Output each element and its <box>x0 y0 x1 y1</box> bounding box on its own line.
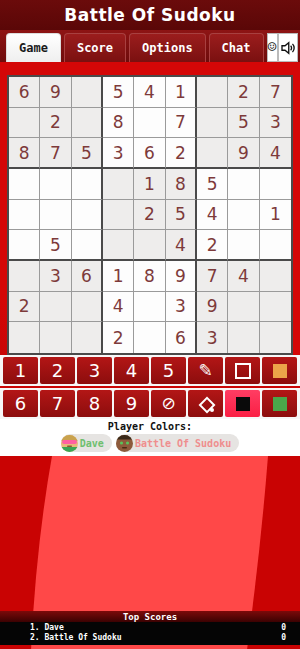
sudoku-cell[interactable]: 4 <box>166 230 197 261</box>
sudoku-cell[interactable] <box>260 322 291 353</box>
sudoku-cell[interactable] <box>9 108 40 139</box>
sudoku-cell[interactable]: 9 <box>40 77 71 108</box>
sudoku-cell[interactable]: 3 <box>166 292 197 323</box>
sudoku-cell[interactable] <box>72 292 103 323</box>
sudoku-cell[interactable] <box>72 200 103 231</box>
sudoku-cell[interactable]: 1 <box>260 200 291 231</box>
sudoku-cell[interactable] <box>9 169 40 200</box>
sudoku-cell[interactable]: 8 <box>134 261 165 292</box>
digit-button-7[interactable]: 7 <box>40 390 75 417</box>
game-stage: Top Scores 1. Dave02. Battle Of Sudoku0 <box>0 456 300 649</box>
tab-game[interactable]: Game <box>6 33 61 62</box>
tab-options[interactable]: Options <box>129 33 206 62</box>
sudoku-cell[interactable] <box>228 200 259 231</box>
player-colors-label: Player Colors: <box>0 421 300 432</box>
sudoku-cell[interactable] <box>40 322 71 353</box>
sudoku-cell[interactable] <box>134 322 165 353</box>
eraser-icon <box>200 398 212 410</box>
square-outline-button[interactable] <box>225 357 260 384</box>
sudoku-cell[interactable]: 4 <box>228 261 259 292</box>
score-player-name: 1. Dave <box>30 623 64 633</box>
sudoku-cell[interactable] <box>72 77 103 108</box>
sudoku-board: 6954127287538753629418525415423618974243… <box>7 75 293 355</box>
sudoku-cell[interactable]: 5 <box>166 200 197 231</box>
score-row: 1. Dave0 <box>0 623 300 633</box>
eraser-button[interactable] <box>188 390 223 417</box>
sudoku-cell[interactable] <box>228 322 259 353</box>
sudoku-cell[interactable]: 3 <box>40 261 71 292</box>
sudoku-cell[interactable] <box>40 169 71 200</box>
number-buttons-row-2: 6789⊘ <box>0 388 300 419</box>
score-row: 2. Battle Of Sudoku0 <box>0 633 300 643</box>
score-value: 0 <box>281 623 286 633</box>
digit-button-6[interactable]: 6 <box>3 390 38 417</box>
tab-score[interactable]: Score <box>64 33 126 62</box>
sudoku-cell[interactable]: 1 <box>134 169 165 200</box>
sudoku-cell[interactable]: 4 <box>103 292 134 323</box>
sudoku-cell[interactable] <box>260 292 291 323</box>
sudoku-cell[interactable] <box>134 108 165 139</box>
tab-bar: Game Score Options Chat ☺ <box>0 30 300 62</box>
smiley-face-icon: ☺ <box>268 40 277 55</box>
player-name-dave: Dave <box>80 438 104 449</box>
player-pill-dave[interactable]: Dave <box>61 434 112 452</box>
sudoku-cell[interactable] <box>40 200 71 231</box>
speaker-icon <box>279 39 297 57</box>
sudoku-cell[interactable]: 8 <box>103 108 134 139</box>
sudoku-cell[interactable]: 6 <box>166 322 197 353</box>
black-swatch-button[interactable] <box>225 390 260 417</box>
sudoku-cell[interactable] <box>72 322 103 353</box>
app-header: Battle Of Sudoku <box>0 0 300 30</box>
sudoku-cell[interactable] <box>9 200 40 231</box>
sudoku-cell[interactable]: 5 <box>228 108 259 139</box>
player-name-battle: Battle Of Sudoku <box>135 438 231 449</box>
top-scores-title: Top Scores <box>123 612 177 622</box>
sudoku-cell[interactable]: 2 <box>40 108 71 139</box>
green-swatch <box>273 397 287 411</box>
player-pill-battle[interactable]: Battle Of Sudoku <box>116 434 239 452</box>
sudoku-cell[interactable] <box>260 169 291 200</box>
pencil-button[interactable]: ✎ <box>188 357 223 384</box>
digit-button-2[interactable]: 2 <box>40 357 75 384</box>
tab-chat[interactable]: Chat <box>209 33 264 62</box>
sudoku-cell[interactable]: 7 <box>166 108 197 139</box>
sudoku-cell[interactable]: 7 <box>40 138 71 169</box>
sudoku-cell[interactable]: 8 <box>9 138 40 169</box>
score-player-name: 2. Battle Of Sudoku <box>30 633 122 643</box>
sudoku-cell[interactable] <box>72 169 103 200</box>
sudoku-cell[interactable]: 3 <box>197 322 228 353</box>
sudoku-cell[interactable]: 5 <box>197 169 228 200</box>
sudoku-cell[interactable]: 7 <box>260 77 291 108</box>
sudoku-cell[interactable]: 2 <box>197 230 228 261</box>
orange-swatch <box>273 364 287 378</box>
sudoku-cell[interactable]: 2 <box>134 200 165 231</box>
sudoku-cell[interactable]: 5 <box>72 138 103 169</box>
player-colors-section: Player Colors: Dave <box>0 419 300 456</box>
sudoku-cell[interactable] <box>134 292 165 323</box>
sudoku-cell[interactable] <box>228 230 259 261</box>
emote-button[interactable]: ☺ <box>267 33 278 62</box>
sudoku-cell[interactable]: 7 <box>197 261 228 292</box>
top-scores-header: Top Scores <box>0 611 300 622</box>
sudoku-cell[interactable] <box>103 200 134 231</box>
sudoku-cell[interactable] <box>103 230 134 261</box>
sudoku-cell[interactable]: 1 <box>103 261 134 292</box>
sudoku-cell[interactable]: 4 <box>134 77 165 108</box>
sudoku-cell[interactable] <box>260 261 291 292</box>
digit-button-5[interactable]: 5 <box>151 357 186 384</box>
sudoku-cell[interactable] <box>228 292 259 323</box>
sudoku-cell[interactable]: 2 <box>166 138 197 169</box>
sudoku-cell[interactable]: 5 <box>103 77 134 108</box>
no-symbol-button[interactable]: ⊘ <box>151 390 186 417</box>
sudoku-cell[interactable] <box>40 292 71 323</box>
battle-avatar <box>116 435 133 452</box>
sudoku-cell[interactable]: 4 <box>197 200 228 231</box>
sudoku-cell[interactable] <box>72 230 103 261</box>
sudoku-cell[interactable]: 8 <box>166 169 197 200</box>
black-swatch <box>236 397 250 411</box>
sudoku-cell[interactable]: 1 <box>166 77 197 108</box>
sudoku-cell[interactable] <box>197 77 228 108</box>
sudoku-cell[interactable] <box>103 169 134 200</box>
sudoku-cell[interactable] <box>197 138 228 169</box>
app-title: Battle Of Sudoku <box>64 5 235 25</box>
green-swatch-button[interactable] <box>262 390 297 417</box>
sudoku-cell[interactable] <box>260 230 291 261</box>
sudoku-cell[interactable]: 5 <box>40 230 71 261</box>
sudoku-cell[interactable]: 6 <box>134 138 165 169</box>
pencil-icon: ✎ <box>198 362 212 379</box>
digit-button-1[interactable]: 1 <box>3 357 38 384</box>
sudoku-cell[interactable]: 3 <box>260 108 291 139</box>
sudoku-cell[interactable]: 3 <box>103 138 134 169</box>
player-pills: Dave Battle Of Sudoku <box>0 434 300 452</box>
sudoku-cell[interactable]: 9 <box>166 261 197 292</box>
battle-of-sudoku-app: Battle Of Sudoku Game Score Options Chat… <box>0 0 300 649</box>
orange-swatch-button[interactable] <box>262 357 297 384</box>
dave-avatar <box>61 435 78 452</box>
sudoku-cell[interactable] <box>9 322 40 353</box>
digit-button-9[interactable]: 9 <box>114 390 149 417</box>
digit-button-3[interactable]: 3 <box>77 357 112 384</box>
digit-button-8[interactable]: 8 <box>77 390 112 417</box>
top-scores-list: 1. Dave02. Battle Of Sudoku0 <box>0 622 300 645</box>
sudoku-cell[interactable]: 4 <box>260 138 291 169</box>
sudoku-cell[interactable]: 9 <box>197 292 228 323</box>
score-value: 0 <box>281 633 286 643</box>
sound-button[interactable] <box>278 33 298 62</box>
sudoku-cell[interactable] <box>228 169 259 200</box>
game-panel: 6954127287538753629418525415423618974243… <box>0 62 300 355</box>
number-buttons-row-1: 12345✎ <box>0 355 300 386</box>
sudoku-cell[interactable] <box>197 108 228 139</box>
sudoku-cell[interactable]: 2 <box>9 292 40 323</box>
sudoku-cell[interactable] <box>72 108 103 139</box>
sudoku-cell[interactable]: 2 <box>103 322 134 353</box>
digit-button-4[interactable]: 4 <box>114 357 149 384</box>
sudoku-cell[interactable] <box>9 230 40 261</box>
sudoku-cell[interactable] <box>134 230 165 261</box>
sudoku-cell[interactable]: 6 <box>9 77 40 108</box>
sudoku-cell[interactable]: 9 <box>228 138 259 169</box>
square-outline-icon <box>235 363 251 379</box>
sudoku-cell[interactable] <box>9 261 40 292</box>
top-scores: Top Scores 1. Dave02. Battle Of Sudoku0 <box>0 611 300 645</box>
sudoku-cell[interactable]: 6 <box>72 261 103 292</box>
no-symbol-icon: ⊘ <box>161 395 175 412</box>
sudoku-cell[interactable]: 2 <box>228 77 259 108</box>
